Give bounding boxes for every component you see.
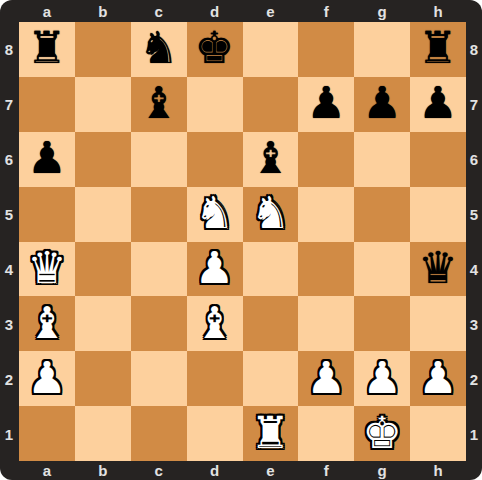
file-label-top-h: h xyxy=(433,3,442,20)
square-a4[interactable]: ♛ xyxy=(19,242,75,297)
square-b4[interactable] xyxy=(75,242,131,297)
piece-black-bishop-c7[interactable]: ♝ xyxy=(139,81,178,125)
square-h5[interactable] xyxy=(410,187,466,242)
rank-label-left-7: 7 xyxy=(5,96,13,113)
square-b6[interactable] xyxy=(75,132,131,187)
square-a3[interactable]: ♝ xyxy=(19,296,75,351)
square-b1[interactable] xyxy=(75,406,131,461)
square-e1[interactable]: ♜ xyxy=(243,406,299,461)
rank-label-right-7: 7 xyxy=(470,96,478,113)
rank-label-left-1: 1 xyxy=(5,425,13,442)
file-label-top-c: c xyxy=(155,3,163,20)
square-g1[interactable]: ♚ xyxy=(354,406,410,461)
square-e6[interactable]: ♝ xyxy=(243,132,299,187)
square-g5[interactable] xyxy=(354,187,410,242)
square-d1[interactable] xyxy=(187,406,243,461)
piece-black-rook-h8[interactable]: ♜ xyxy=(418,26,457,70)
square-e8[interactable] xyxy=(243,22,299,77)
square-d7[interactable] xyxy=(187,77,243,132)
square-g6[interactable] xyxy=(354,132,410,187)
square-a8[interactable]: ♜ xyxy=(19,22,75,77)
square-h3[interactable] xyxy=(410,296,466,351)
chess-board: ♜♞♚♜♝♟♟♟♟♝♞♞♛♟♛♝♝♟♟♟♟♜♚ xyxy=(19,22,466,461)
square-a1[interactable] xyxy=(19,406,75,461)
piece-white-pawn-a2[interactable]: ♟ xyxy=(27,356,66,400)
rank-label-right-2: 2 xyxy=(470,370,478,387)
square-c3[interactable] xyxy=(131,296,187,351)
piece-black-king-d8[interactable]: ♚ xyxy=(195,26,234,70)
file-label-top-f: f xyxy=(324,3,329,20)
file-label-bottom-e: e xyxy=(266,462,274,479)
square-h2[interactable]: ♟ xyxy=(410,351,466,406)
rank-label-right-8: 8 xyxy=(470,41,478,58)
file-label-bottom-c: c xyxy=(155,462,163,479)
file-label-top-b: b xyxy=(98,3,107,20)
square-g2[interactable]: ♟ xyxy=(354,351,410,406)
square-g8[interactable] xyxy=(354,22,410,77)
square-d3[interactable]: ♝ xyxy=(187,296,243,351)
square-b5[interactable] xyxy=(75,187,131,242)
square-d4[interactable]: ♟ xyxy=(187,242,243,297)
piece-white-knight-e5[interactable]: ♞ xyxy=(251,191,290,235)
file-label-bottom-f: f xyxy=(324,462,329,479)
square-h6[interactable] xyxy=(410,132,466,187)
piece-white-rook-e1[interactable]: ♜ xyxy=(251,411,290,455)
rank-label-right-1: 1 xyxy=(470,425,478,442)
square-f3[interactable] xyxy=(298,296,354,351)
square-c4[interactable] xyxy=(131,242,187,297)
square-b2[interactable] xyxy=(75,351,131,406)
square-a7[interactable] xyxy=(19,77,75,132)
square-d6[interactable] xyxy=(187,132,243,187)
file-label-top-e: e xyxy=(266,3,274,20)
piece-white-king-g1[interactable]: ♚ xyxy=(362,411,401,455)
square-h8[interactable]: ♜ xyxy=(410,22,466,77)
square-d5[interactable]: ♞ xyxy=(187,187,243,242)
piece-white-bishop-a3[interactable]: ♝ xyxy=(27,301,66,345)
square-e3[interactable] xyxy=(243,296,299,351)
square-d2[interactable] xyxy=(187,351,243,406)
piece-black-pawn-a6[interactable]: ♟ xyxy=(27,136,66,180)
square-g4[interactable] xyxy=(354,242,410,297)
piece-black-bishop-e6[interactable]: ♝ xyxy=(251,136,290,180)
piece-black-rook-a8[interactable]: ♜ xyxy=(27,26,66,70)
rank-label-left-5: 5 xyxy=(5,206,13,223)
rank-label-right-4: 4 xyxy=(470,260,478,277)
rank-label-left-6: 6 xyxy=(5,151,13,168)
rank-label-left-2: 2 xyxy=(5,370,13,387)
piece-white-queen-a4[interactable]: ♛ xyxy=(27,246,66,290)
piece-black-pawn-h7[interactable]: ♟ xyxy=(418,81,457,125)
file-label-top-g: g xyxy=(378,3,387,20)
square-f8[interactable] xyxy=(298,22,354,77)
square-c7[interactable]: ♝ xyxy=(131,77,187,132)
piece-white-pawn-d4[interactable]: ♟ xyxy=(195,246,234,290)
square-f1[interactable] xyxy=(298,406,354,461)
square-a5[interactable] xyxy=(19,187,75,242)
chess-app: ♜♞♚♜♝♟♟♟♟♝♞♞♛♟♛♝♝♟♟♟♟♜♚ aabbccddeeffgghh… xyxy=(0,0,482,480)
piece-black-queen-h4[interactable]: ♛ xyxy=(418,246,457,290)
square-h4[interactable]: ♛ xyxy=(410,242,466,297)
file-label-bottom-d: d xyxy=(210,462,219,479)
square-c1[interactable] xyxy=(131,406,187,461)
square-f2[interactable]: ♟ xyxy=(298,351,354,406)
square-c6[interactable] xyxy=(131,132,187,187)
square-h1[interactable] xyxy=(410,406,466,461)
square-e2[interactable] xyxy=(243,351,299,406)
square-c2[interactable] xyxy=(131,351,187,406)
file-label-top-a: a xyxy=(43,3,51,20)
square-f6[interactable] xyxy=(298,132,354,187)
square-f7[interactable]: ♟ xyxy=(298,77,354,132)
piece-white-pawn-g2[interactable]: ♟ xyxy=(362,356,401,400)
square-f4[interactable] xyxy=(298,242,354,297)
square-e4[interactable] xyxy=(243,242,299,297)
square-f5[interactable] xyxy=(298,187,354,242)
square-g3[interactable] xyxy=(354,296,410,351)
square-d8[interactable]: ♚ xyxy=(187,22,243,77)
square-a6[interactable]: ♟ xyxy=(19,132,75,187)
square-c5[interactable] xyxy=(131,187,187,242)
file-label-bottom-g: g xyxy=(378,462,387,479)
square-c8[interactable]: ♞ xyxy=(131,22,187,77)
file-label-bottom-b: b xyxy=(98,462,107,479)
piece-white-knight-d5[interactable]: ♞ xyxy=(195,191,234,235)
rank-label-right-3: 3 xyxy=(470,315,478,332)
piece-white-bishop-d3[interactable]: ♝ xyxy=(195,301,234,345)
piece-black-pawn-g7[interactable]: ♟ xyxy=(362,81,401,125)
file-label-top-d: d xyxy=(210,3,219,20)
piece-black-knight-c8[interactable]: ♞ xyxy=(139,26,178,70)
rank-label-right-6: 6 xyxy=(470,151,478,168)
rank-label-right-5: 5 xyxy=(470,206,478,223)
square-g7[interactable]: ♟ xyxy=(354,77,410,132)
square-a2[interactable]: ♟ xyxy=(19,351,75,406)
file-label-bottom-h: h xyxy=(433,462,442,479)
rank-label-left-4: 4 xyxy=(5,260,13,277)
square-e7[interactable] xyxy=(243,77,299,132)
square-b8[interactable] xyxy=(75,22,131,77)
square-b3[interactable] xyxy=(75,296,131,351)
piece-white-pawn-f2[interactable]: ♟ xyxy=(307,356,346,400)
square-b7[interactable] xyxy=(75,77,131,132)
square-h7[interactable]: ♟ xyxy=(410,77,466,132)
piece-black-pawn-f7[interactable]: ♟ xyxy=(307,81,346,125)
rank-label-left-8: 8 xyxy=(5,41,13,58)
rank-label-left-3: 3 xyxy=(5,315,13,332)
square-e5[interactable]: ♞ xyxy=(243,187,299,242)
file-label-bottom-a: a xyxy=(43,462,51,479)
piece-white-pawn-h2[interactable]: ♟ xyxy=(418,356,457,400)
